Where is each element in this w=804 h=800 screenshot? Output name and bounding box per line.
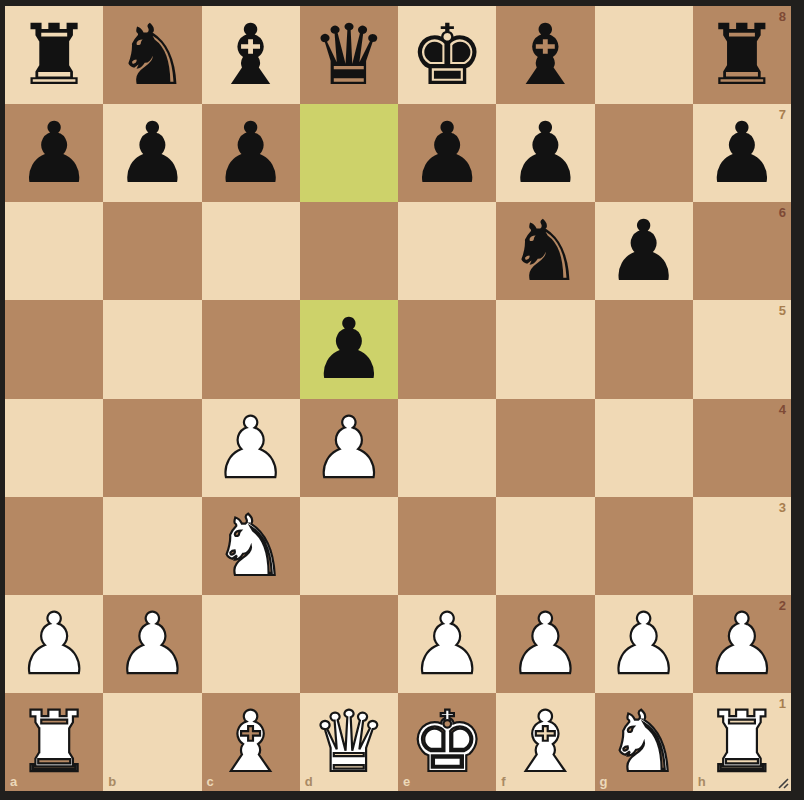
rank-label-5: 5 bbox=[779, 304, 786, 317]
chess-board: ♜♞♝♛♚♝♜8♟♟♟♟♟♟7♞♟6♟5♟♟4♞3♟♟♟♟♟♟2♜ab♝c♛d♚… bbox=[5, 6, 791, 791]
square-d3[interactable] bbox=[300, 497, 398, 595]
rank-label-8: 8 bbox=[779, 10, 786, 23]
piece-black-knight[interactable]: ♞ bbox=[115, 13, 190, 97]
page-background: ♜♞♝♛♚♝♜8♟♟♟♟♟♟7♞♟6♟5♟♟4♞3♟♟♟♟♟♟2♜ab♝c♛d♚… bbox=[0, 0, 804, 800]
square-f8[interactable]: ♝ bbox=[496, 6, 594, 104]
square-e7[interactable]: ♟ bbox=[398, 104, 496, 202]
square-g5[interactable] bbox=[595, 300, 693, 398]
square-g6[interactable]: ♟ bbox=[595, 202, 693, 300]
piece-white-bishop[interactable]: ♝ bbox=[213, 700, 288, 784]
square-a2[interactable]: ♟ bbox=[5, 595, 103, 693]
square-e8[interactable]: ♚ bbox=[398, 6, 496, 104]
piece-white-knight[interactable]: ♞ bbox=[606, 700, 681, 784]
square-c5[interactable] bbox=[202, 300, 300, 398]
piece-black-pawn[interactable]: ♟ bbox=[409, 111, 484, 195]
piece-white-bishop[interactable]: ♝ bbox=[508, 700, 583, 784]
rank-label-7: 7 bbox=[779, 108, 786, 121]
square-a6[interactable] bbox=[5, 202, 103, 300]
piece-black-pawn[interactable]: ♟ bbox=[213, 111, 288, 195]
square-e1[interactable]: ♚e bbox=[398, 693, 496, 791]
piece-white-pawn[interactable]: ♟ bbox=[704, 602, 779, 686]
square-g1[interactable]: ♞g bbox=[595, 693, 693, 791]
square-e3[interactable] bbox=[398, 497, 496, 595]
square-d1[interactable]: ♛d bbox=[300, 693, 398, 791]
square-a4[interactable] bbox=[5, 399, 103, 497]
piece-black-pawn[interactable]: ♟ bbox=[16, 111, 91, 195]
square-c2[interactable] bbox=[202, 595, 300, 693]
piece-white-pawn[interactable]: ♟ bbox=[311, 406, 386, 490]
square-b3[interactable] bbox=[103, 497, 201, 595]
square-b8[interactable]: ♞ bbox=[103, 6, 201, 104]
file-label-c: c bbox=[207, 775, 214, 788]
square-d8[interactable]: ♛ bbox=[300, 6, 398, 104]
rank-label-4: 4 bbox=[779, 403, 786, 416]
square-b6[interactable] bbox=[103, 202, 201, 300]
piece-black-queen[interactable]: ♛ bbox=[311, 13, 386, 97]
square-c1[interactable]: ♝c bbox=[202, 693, 300, 791]
square-a5[interactable] bbox=[5, 300, 103, 398]
file-label-b: b bbox=[108, 775, 116, 788]
square-b1[interactable]: b bbox=[103, 693, 201, 791]
piece-black-king[interactable]: ♚ bbox=[409, 13, 484, 97]
piece-black-bishop[interactable]: ♝ bbox=[213, 13, 288, 97]
square-g2[interactable]: ♟ bbox=[595, 595, 693, 693]
piece-white-pawn[interactable]: ♟ bbox=[16, 602, 91, 686]
square-f2[interactable]: ♟ bbox=[496, 595, 594, 693]
square-c8[interactable]: ♝ bbox=[202, 6, 300, 104]
square-a7[interactable]: ♟ bbox=[5, 104, 103, 202]
square-g4[interactable] bbox=[595, 399, 693, 497]
rank-label-2: 2 bbox=[779, 599, 786, 612]
square-h3[interactable]: 3 bbox=[693, 497, 791, 595]
piece-black-pawn[interactable]: ♟ bbox=[311, 307, 386, 391]
square-a8[interactable]: ♜ bbox=[5, 6, 103, 104]
square-h4[interactable]: 4 bbox=[693, 399, 791, 497]
square-f4[interactable] bbox=[496, 399, 594, 497]
square-g3[interactable] bbox=[595, 497, 693, 595]
resize-handle-icon[interactable] bbox=[774, 774, 789, 789]
piece-black-rook[interactable]: ♜ bbox=[704, 13, 779, 97]
piece-white-rook[interactable]: ♜ bbox=[704, 700, 779, 784]
file-label-f: f bbox=[501, 775, 505, 788]
rank-label-6: 6 bbox=[779, 206, 786, 219]
square-e4[interactable] bbox=[398, 399, 496, 497]
square-f1[interactable]: ♝f bbox=[496, 693, 594, 791]
square-g8[interactable] bbox=[595, 6, 693, 104]
square-c6[interactable] bbox=[202, 202, 300, 300]
rank-label-1: 1 bbox=[779, 697, 786, 710]
piece-black-bishop[interactable]: ♝ bbox=[508, 13, 583, 97]
piece-white-king[interactable]: ♚ bbox=[409, 700, 484, 784]
rank-label-3: 3 bbox=[779, 501, 786, 514]
piece-white-pawn[interactable]: ♟ bbox=[606, 602, 681, 686]
square-f3[interactable] bbox=[496, 497, 594, 595]
square-c7[interactable]: ♟ bbox=[202, 104, 300, 202]
square-d6[interactable] bbox=[300, 202, 398, 300]
piece-black-pawn[interactable]: ♟ bbox=[508, 111, 583, 195]
square-b2[interactable]: ♟ bbox=[103, 595, 201, 693]
piece-black-pawn[interactable]: ♟ bbox=[606, 209, 681, 293]
square-h6[interactable]: 6 bbox=[693, 202, 791, 300]
square-c3[interactable]: ♞ bbox=[202, 497, 300, 595]
piece-white-rook[interactable]: ♜ bbox=[16, 700, 91, 784]
square-b4[interactable] bbox=[103, 399, 201, 497]
piece-black-rook[interactable]: ♜ bbox=[16, 13, 91, 97]
square-h2[interactable]: ♟2 bbox=[693, 595, 791, 693]
piece-white-queen[interactable]: ♛ bbox=[311, 700, 386, 784]
square-h5[interactable]: 5 bbox=[693, 300, 791, 398]
piece-black-knight[interactable]: ♞ bbox=[508, 209, 583, 293]
square-e5[interactable] bbox=[398, 300, 496, 398]
file-label-d: d bbox=[305, 775, 313, 788]
file-label-h: h bbox=[698, 775, 706, 788]
square-f7[interactable]: ♟ bbox=[496, 104, 594, 202]
square-f6[interactable]: ♞ bbox=[496, 202, 594, 300]
piece-white-pawn[interactable]: ♟ bbox=[213, 406, 288, 490]
piece-black-pawn[interactable]: ♟ bbox=[115, 111, 190, 195]
piece-white-pawn[interactable]: ♟ bbox=[115, 602, 190, 686]
file-label-g: g bbox=[600, 775, 608, 788]
square-e2[interactable]: ♟ bbox=[398, 595, 496, 693]
square-h1[interactable]: ♜1h bbox=[693, 693, 791, 791]
square-h7[interactable]: ♟7 bbox=[693, 104, 791, 202]
square-g7[interactable] bbox=[595, 104, 693, 202]
square-a3[interactable] bbox=[5, 497, 103, 595]
piece-white-knight[interactable]: ♞ bbox=[213, 504, 288, 588]
square-d7[interactable] bbox=[300, 104, 398, 202]
square-b7[interactable]: ♟ bbox=[103, 104, 201, 202]
square-d2[interactable] bbox=[300, 595, 398, 693]
square-d4[interactable]: ♟ bbox=[300, 399, 398, 497]
piece-white-pawn[interactable]: ♟ bbox=[508, 602, 583, 686]
file-label-a: a bbox=[10, 775, 17, 788]
piece-black-pawn[interactable]: ♟ bbox=[704, 111, 779, 195]
square-d5[interactable]: ♟ bbox=[300, 300, 398, 398]
square-e6[interactable] bbox=[398, 202, 496, 300]
square-a1[interactable]: ♜a bbox=[5, 693, 103, 791]
square-b5[interactable] bbox=[103, 300, 201, 398]
square-c4[interactable]: ♟ bbox=[202, 399, 300, 497]
square-f5[interactable] bbox=[496, 300, 594, 398]
file-label-e: e bbox=[403, 775, 410, 788]
square-h8[interactable]: ♜8 bbox=[693, 6, 791, 104]
piece-white-pawn[interactable]: ♟ bbox=[409, 602, 484, 686]
